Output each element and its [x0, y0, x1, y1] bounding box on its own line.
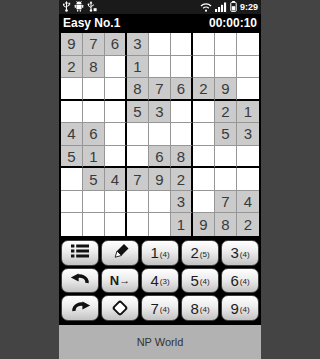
digit-button-1[interactable]: 1(4) — [141, 240, 179, 266]
note-n-label: N — [110, 274, 119, 287]
ad-banner[interactable]: NP World — [59, 325, 261, 359]
digit-placed-count: (4) — [200, 306, 210, 314]
cell-r6c8[interactable] — [215, 146, 237, 169]
digit-label: 2 — [190, 245, 198, 260]
cell-r8c7[interactable] — [193, 191, 215, 214]
cell-r3c2[interactable] — [83, 78, 105, 101]
cell-r8c3[interactable] — [105, 191, 127, 214]
cell-r7c1[interactable] — [61, 168, 83, 191]
status-clock: 9:29 — [240, 3, 258, 12]
redo-button[interactable] — [61, 295, 99, 321]
cell-r3c9[interactable] — [237, 78, 259, 101]
status-bar: 9:29 — [59, 0, 261, 14]
cell-r1c9[interactable] — [237, 33, 259, 56]
cell-r3c5[interactable]: 7 — [149, 78, 171, 101]
digit-placed-count: (5) — [200, 251, 210, 259]
puzzle-title: Easy No.1 — [63, 16, 120, 30]
cell-r5c8[interactable]: 5 — [215, 123, 237, 146]
cell-r2c6[interactable] — [171, 56, 193, 79]
cell-r3c4[interactable]: 8 — [127, 78, 149, 101]
digit-label: 6 — [230, 273, 238, 288]
cell-r8c1[interactable] — [61, 191, 83, 214]
ad-banner-text: NP World — [137, 336, 184, 348]
cell-r2c2[interactable]: 8 — [83, 56, 105, 79]
cell-r7c5[interactable]: 9 — [149, 168, 171, 191]
cell-r6c7[interactable] — [193, 146, 215, 169]
cell-r3c8[interactable]: 9 — [215, 78, 237, 101]
cell-r2c7[interactable] — [193, 56, 215, 79]
eraser-icon — [112, 300, 129, 317]
list-menu-button[interactable] — [61, 240, 99, 266]
cell-r9c5[interactable] — [149, 213, 171, 236]
cell-r5c6[interactable] — [171, 123, 193, 146]
cell-r8c2[interactable] — [83, 191, 105, 214]
eraser-button[interactable] — [101, 295, 139, 321]
digit-placed-count: (3) — [160, 278, 170, 286]
cell-r1c6[interactable] — [171, 33, 193, 56]
cell-r5c3[interactable] — [105, 123, 127, 146]
digit-placed-count: (4) — [240, 251, 250, 259]
note-arrow-icon: → — [119, 275, 130, 286]
cell-r8c9[interactable]: 4 — [237, 191, 259, 214]
cell-r9c4[interactable] — [127, 213, 149, 236]
list-menu-icon — [71, 244, 89, 262]
cell-r3c6[interactable]: 6 — [171, 78, 193, 101]
digit-placed-count: (4) — [160, 306, 170, 314]
cell-r2c4[interactable]: 1 — [127, 56, 149, 79]
cell-r6c3[interactable] — [105, 146, 127, 169]
cell-r2c5[interactable] — [149, 56, 171, 79]
cell-r1c8[interactable] — [215, 33, 237, 56]
cell-r9c1[interactable] — [61, 213, 83, 236]
cell-r7c6[interactable]: 2 — [171, 168, 193, 191]
cell-r4c3[interactable] — [105, 101, 127, 124]
cell-r6c1[interactable]: 5 — [61, 146, 83, 169]
digit-placed-count: (4) — [200, 278, 210, 286]
digit-button-4[interactable]: 4(3) — [141, 268, 179, 294]
cell-r2c1[interactable]: 2 — [61, 56, 83, 79]
cell-r3c1[interactable] — [61, 78, 83, 101]
cell-r7c3[interactable]: 4 — [105, 168, 127, 191]
cell-r6c5[interactable]: 6 — [149, 146, 171, 169]
cell-r4c6[interactable] — [171, 101, 193, 124]
cell-r7c9[interactable] — [237, 168, 259, 191]
cell-r8c8[interactable]: 7 — [215, 191, 237, 214]
cell-r2c3[interactable] — [105, 56, 127, 79]
digit-button-5[interactable]: 5(4) — [181, 268, 219, 294]
cell-r7c8[interactable] — [215, 168, 237, 191]
digit-label: 5 — [190, 273, 198, 288]
undo-icon — [70, 270, 91, 290]
digit-button-8[interactable]: 8(4) — [181, 295, 219, 321]
cell-r1c4[interactable]: 3 — [127, 33, 149, 56]
digit-button-2[interactable]: 2(5) — [181, 240, 219, 266]
cell-r4c2[interactable] — [83, 101, 105, 124]
game-timer: 00:00:10 — [209, 16, 257, 30]
cell-r9c2[interactable] — [83, 213, 105, 236]
cell-r8c5[interactable] — [149, 191, 171, 214]
cell-r5c2[interactable]: 6 — [83, 123, 105, 146]
cell-r1c1[interactable]: 9 — [61, 33, 83, 56]
note-mode-button[interactable]: N → — [101, 268, 139, 294]
digit-label: 1 — [150, 245, 158, 260]
cell-r9c8[interactable]: 8 — [215, 213, 237, 236]
cell-r5c4[interactable] — [127, 123, 149, 146]
digit-label: 3 — [230, 245, 238, 260]
sudoku-board: 976328187629532146535168547923741982 — [59, 31, 261, 238]
title-bar: Easy No.1 00:00:10 — [59, 14, 261, 31]
digit-button-3[interactable]: 3(4) — [221, 240, 259, 266]
digit-label: 7 — [150, 301, 158, 316]
cell-r4c4[interactable]: 5 — [127, 101, 149, 124]
cell-r5c7[interactable] — [193, 123, 215, 146]
cell-r5c1[interactable]: 4 — [61, 123, 83, 146]
cell-r6c2[interactable]: 1 — [83, 146, 105, 169]
cell-r2c9[interactable] — [237, 56, 259, 79]
cell-r4c9[interactable]: 1 — [237, 101, 259, 124]
pencil-button[interactable] — [101, 240, 139, 266]
cell-r9c6[interactable]: 1 — [171, 213, 193, 236]
cell-r8c6[interactable]: 3 — [171, 191, 193, 214]
digit-placed-count: (4) — [240, 306, 250, 314]
cell-r4c1[interactable] — [61, 101, 83, 124]
cell-r7c7[interactable] — [193, 168, 215, 191]
cell-r9c7[interactable]: 9 — [193, 213, 215, 236]
digit-button-9[interactable]: 9(4) — [221, 295, 259, 321]
cell-r9c9[interactable]: 2 — [237, 213, 259, 236]
cell-r2c8[interactable] — [215, 56, 237, 79]
digit-button-7[interactable]: 7(4) — [141, 295, 179, 321]
cell-r5c9[interactable]: 3 — [237, 123, 259, 146]
cell-r8c4[interactable] — [127, 191, 149, 214]
undo-button[interactable] — [61, 268, 99, 294]
cell-r7c2[interactable]: 5 — [83, 168, 105, 191]
redo-icon — [70, 298, 91, 318]
cell-r4c8[interactable]: 2 — [215, 101, 237, 124]
cell-r6c4[interactable] — [127, 146, 149, 169]
cell-r4c5[interactable]: 3 — [149, 101, 171, 124]
cell-r4c7[interactable] — [193, 101, 215, 124]
digit-button-6[interactable]: 6(4) — [221, 268, 259, 294]
control-panel: N → 1(4)2(5)3(4)4(3)5(4)6(4)7(4)8(4)9(4) — [59, 238, 261, 325]
cell-r7c4[interactable]: 7 — [127, 168, 149, 191]
cell-r1c5[interactable] — [149, 33, 171, 56]
digit-placed-count: (4) — [240, 278, 250, 286]
digit-label: 4 — [150, 273, 158, 288]
cell-r5c5[interactable] — [149, 123, 171, 146]
cell-r1c3[interactable]: 6 — [105, 33, 127, 56]
cell-r9c3[interactable] — [105, 213, 127, 236]
pencil-icon — [111, 242, 130, 263]
digit-label: 9 — [230, 301, 238, 316]
digit-placed-count: (4) — [160, 251, 170, 259]
phone-screen: 9:29 Easy No.1 00:00:10 9763281876295321… — [59, 0, 261, 359]
cell-r6c9[interactable] — [237, 146, 259, 169]
cell-r6c6[interactable]: 8 — [171, 146, 193, 169]
digit-label: 8 — [190, 301, 198, 316]
cell-r3c3[interactable] — [105, 78, 127, 101]
cell-r1c2[interactable]: 7 — [83, 33, 105, 56]
cell-r3c7[interactable]: 2 — [193, 78, 215, 101]
cell-r1c7[interactable] — [193, 33, 215, 56]
